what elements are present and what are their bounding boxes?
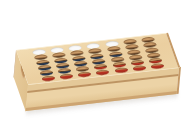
board-cell-r6c4 xyxy=(93,69,113,76)
hole-red-disc xyxy=(59,73,74,80)
hole-red-disc xyxy=(77,71,92,78)
board-cell-r6c5 xyxy=(111,67,131,74)
hole-red-disc xyxy=(132,65,147,72)
board-cell-r6c1 xyxy=(38,75,58,82)
board-cell-r6c6 xyxy=(129,65,149,72)
hole-red-disc xyxy=(114,67,129,74)
board-cell-r6c3 xyxy=(75,71,95,78)
board-cell-r6c2 xyxy=(56,73,76,80)
hole-red-disc xyxy=(96,69,111,76)
hole-red-disc xyxy=(41,75,56,82)
board-cell-r6c7 xyxy=(148,62,168,69)
hole-red-disc xyxy=(150,63,165,70)
connect-four-product-photo xyxy=(0,0,189,140)
